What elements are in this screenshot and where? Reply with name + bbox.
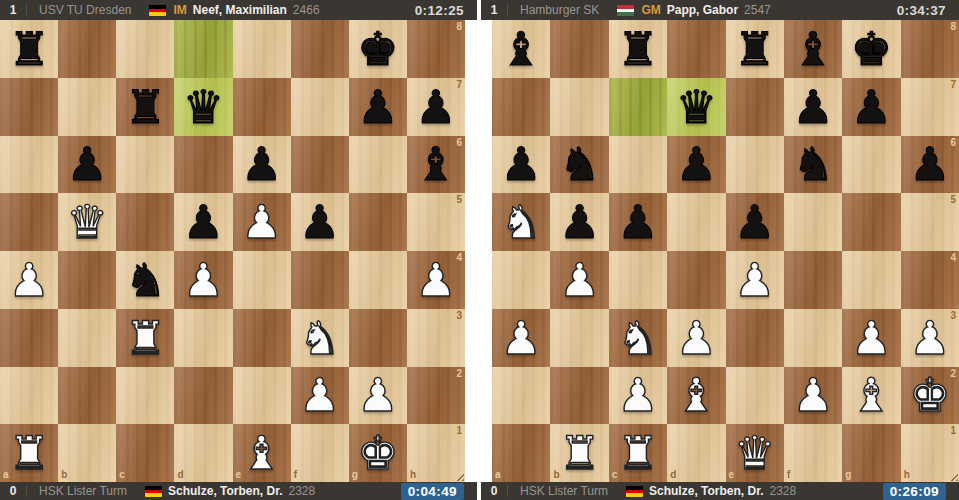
square-h6[interactable]: ♝6	[407, 136, 465, 194]
piece-white-pawn: ♟	[183, 257, 224, 303]
piece-white-pawn: ♟	[676, 315, 717, 361]
piece-white-queen: ♛	[734, 430, 775, 476]
piece-black-pawn: ♟	[183, 199, 224, 245]
square-c3[interactable]: ♜	[116, 309, 174, 367]
square-g1[interactable]: ♚g	[349, 424, 407, 482]
rank-label: 8	[950, 22, 956, 32]
file-label: a	[3, 470, 9, 480]
rank-label: 7	[456, 80, 462, 90]
square-a6[interactable]: ♟	[492, 136, 550, 194]
square-b3[interactable]	[58, 309, 116, 367]
right-top-score: 1	[481, 3, 507, 17]
square-a7[interactable]	[0, 78, 58, 136]
germany-flag-icon	[145, 486, 162, 497]
right-bottom-score: 0	[481, 484, 507, 498]
square-h8[interactable]: 8	[901, 20, 959, 78]
square-a1[interactable]: a	[492, 424, 550, 482]
square-c7[interactable]	[609, 78, 667, 136]
divider	[507, 485, 508, 497]
square-g6[interactable]	[349, 136, 407, 194]
square-f7[interactable]	[291, 78, 349, 136]
square-a2[interactable]	[492, 367, 550, 425]
square-h5[interactable]: 5	[901, 193, 959, 251]
piece-white-rook: ♜	[8, 430, 49, 476]
square-a4[interactable]	[492, 251, 550, 309]
square-g8[interactable]: ♚	[842, 20, 900, 78]
square-e3[interactable]	[726, 309, 784, 367]
square-a4[interactable]: ♟	[0, 251, 58, 309]
piece-black-king: ♚	[357, 26, 398, 72]
piece-black-pawn: ♟	[299, 199, 340, 245]
square-c5[interactable]	[116, 193, 174, 251]
square-d4[interactable]: ♟	[174, 251, 232, 309]
file-label: g	[845, 470, 851, 480]
square-a6[interactable]	[0, 136, 58, 194]
right-top-team: Hamburger SK	[520, 3, 599, 17]
square-g8[interactable]: ♚	[349, 20, 407, 78]
square-a3[interactable]: ♟	[492, 309, 550, 367]
square-b1[interactable]: ♜b	[550, 424, 608, 482]
piece-black-queen: ♛	[676, 84, 717, 130]
square-h8[interactable]: 8	[407, 20, 465, 78]
square-f8[interactable]: ♝	[784, 20, 842, 78]
piece-white-pawn: ♟	[851, 315, 892, 361]
square-b2[interactable]	[550, 367, 608, 425]
square-c5[interactable]: ♟	[609, 193, 667, 251]
piece-black-bishop: ♝	[415, 141, 456, 187]
square-b7[interactable]	[58, 78, 116, 136]
germany-flag-icon	[149, 5, 166, 16]
piece-black-bishop: ♝	[792, 26, 833, 72]
square-e7[interactable]	[726, 78, 784, 136]
square-a8[interactable]: ♜	[0, 20, 58, 78]
left-bottom-clock: 0:04:49	[401, 483, 464, 500]
square-a3[interactable]	[0, 309, 58, 367]
right-top-title: GM	[641, 3, 660, 17]
square-d1[interactable]: d	[667, 424, 725, 482]
piece-black-pawn: ♟	[909, 141, 950, 187]
square-a8[interactable]: ♝	[492, 20, 550, 78]
square-e5[interactable]: ♟	[726, 193, 784, 251]
rank-label: 4	[456, 253, 462, 263]
square-b6[interactable]: ♟	[58, 136, 116, 194]
piece-black-pawn: ♟	[676, 141, 717, 187]
square-f5[interactable]	[784, 193, 842, 251]
square-a1[interactable]: ♜a	[0, 424, 58, 482]
square-h7[interactable]: 7	[901, 78, 959, 136]
hungary-flag-icon	[617, 5, 634, 16]
file-label: c	[612, 470, 618, 480]
piece-black-knight: ♞	[792, 141, 833, 187]
piece-white-pawn: ♟	[909, 315, 950, 361]
square-a7[interactable]	[492, 78, 550, 136]
square-c3[interactable]: ♞	[609, 309, 667, 367]
square-d2[interactable]: ♝	[667, 367, 725, 425]
file-label: h	[410, 470, 416, 480]
right-top-rating: 2547	[744, 3, 771, 17]
piece-white-queen: ♛	[67, 199, 108, 245]
rank-label: 4	[950, 253, 956, 263]
square-b4[interactable]: ♟	[550, 251, 608, 309]
rank-label: 7	[950, 80, 956, 90]
square-f3[interactable]	[784, 309, 842, 367]
piece-white-knight: ♞	[617, 315, 658, 361]
file-label: b	[61, 470, 67, 480]
square-b7[interactable]	[550, 78, 608, 136]
piece-black-rook: ♜	[125, 84, 166, 130]
right-top-player-bar: 1 Hamburger SK GM Papp, Gabor 2547 0:34:…	[481, 0, 959, 20]
piece-white-pawn: ♟	[734, 257, 775, 303]
piece-white-knight: ♞	[299, 315, 340, 361]
piece-black-pawn: ♟	[67, 141, 108, 187]
left-top-clock: 0:12:25	[415, 3, 464, 18]
square-e4[interactable]	[233, 251, 291, 309]
square-b8[interactable]	[550, 20, 608, 78]
piece-black-pawn: ♟	[415, 84, 456, 130]
square-d8[interactable]	[174, 20, 232, 78]
square-e1[interactable]: ♛e	[726, 424, 784, 482]
piece-black-pawn: ♟	[501, 141, 542, 187]
square-b5[interactable]: ♟	[550, 193, 608, 251]
square-f1[interactable]: f	[784, 424, 842, 482]
square-d5[interactable]	[667, 193, 725, 251]
left-top-title: IM	[173, 3, 186, 17]
square-e1[interactable]: ♝e	[233, 424, 291, 482]
square-b6[interactable]: ♞	[550, 136, 608, 194]
piece-white-pawn: ♟	[792, 372, 833, 418]
square-g5[interactable]	[349, 193, 407, 251]
square-d3[interactable]	[174, 309, 232, 367]
square-g3[interactable]	[349, 309, 407, 367]
piece-white-pawn: ♟	[8, 257, 49, 303]
divider	[26, 4, 27, 16]
left-bottom-team: HSK Lister Turm	[39, 484, 127, 498]
square-g3[interactable]: ♟	[842, 309, 900, 367]
square-b2[interactable]	[58, 367, 116, 425]
piece-black-knight: ♞	[125, 257, 166, 303]
square-f6[interactable]: ♞	[784, 136, 842, 194]
square-f5[interactable]: ♟	[291, 193, 349, 251]
file-label: d	[177, 470, 183, 480]
file-label: g	[352, 470, 358, 480]
rank-label: 3	[456, 311, 462, 321]
square-h3[interactable]: 3	[407, 309, 465, 367]
piece-black-knight: ♞	[559, 141, 600, 187]
left-bottom-rating: 2328	[289, 484, 316, 498]
piece-white-knight: ♞	[501, 199, 542, 245]
piece-black-king: ♚	[851, 26, 892, 72]
left-bottom-player-name: Schulze, Torben, Dr.	[168, 484, 282, 498]
file-label: f	[294, 470, 297, 480]
chessboard-left[interactable]: ♜♚8♜♛♟♟7♟♟♝6♛♟♟♟5♟♞♟♟4♜♞3♟♟2♜abcd♝ef♚gh1	[0, 20, 465, 482]
square-e4[interactable]: ♟	[726, 251, 784, 309]
piece-white-pawn: ♟	[299, 372, 340, 418]
rank-label: 1	[950, 426, 956, 436]
rank-label: 5	[456, 195, 462, 205]
square-g1[interactable]: g	[842, 424, 900, 482]
piece-black-pawn: ♟	[241, 141, 282, 187]
square-e8[interactable]: ♜	[726, 20, 784, 78]
divider	[26, 485, 27, 497]
piece-white-pawn: ♟	[559, 257, 600, 303]
square-h4[interactable]: 4	[901, 251, 959, 309]
square-c8[interactable]	[116, 20, 174, 78]
square-h1[interactable]: h1	[901, 424, 959, 482]
left-bottom-score: 0	[0, 484, 26, 498]
square-d6[interactable]	[174, 136, 232, 194]
square-c6[interactable]	[116, 136, 174, 194]
square-c1[interactable]: ♜c	[609, 424, 667, 482]
square-d7[interactable]: ♛	[667, 78, 725, 136]
square-c2[interactable]	[116, 367, 174, 425]
square-c8[interactable]: ♜	[609, 20, 667, 78]
square-h5[interactable]: 5	[407, 193, 465, 251]
rank-label: 5	[950, 195, 956, 205]
piece-black-rook: ♜	[617, 26, 658, 72]
file-label: c	[119, 470, 125, 480]
piece-white-bishop: ♝	[241, 430, 282, 476]
square-c4[interactable]: ♞	[116, 251, 174, 309]
square-h2[interactable]: 2	[407, 367, 465, 425]
square-f1[interactable]: f	[291, 424, 349, 482]
piece-white-bishop: ♝	[851, 372, 892, 418]
square-f4[interactable]	[784, 251, 842, 309]
divider	[507, 4, 508, 16]
rank-label: 8	[456, 22, 462, 32]
square-e8[interactable]	[233, 20, 291, 78]
left-top-rating: 2466	[293, 3, 320, 17]
square-g4[interactable]	[349, 251, 407, 309]
square-d2[interactable]	[174, 367, 232, 425]
square-e3[interactable]	[233, 309, 291, 367]
piece-black-rook: ♜	[734, 26, 775, 72]
square-f3[interactable]: ♞	[291, 309, 349, 367]
rank-label: 6	[456, 138, 462, 148]
square-b1[interactable]: b	[58, 424, 116, 482]
piece-white-pawn: ♟	[617, 372, 658, 418]
left-top-score: 1	[0, 3, 26, 17]
square-d6[interactable]: ♟	[667, 136, 725, 194]
piece-white-pawn: ♟	[501, 315, 542, 361]
file-label: h	[904, 470, 910, 480]
file-label: e	[729, 470, 735, 480]
square-g2[interactable]: ♝	[842, 367, 900, 425]
piece-black-bishop: ♝	[501, 26, 542, 72]
piece-black-pawn: ♟	[734, 199, 775, 245]
square-h6[interactable]: ♟6	[901, 136, 959, 194]
left-top-player-name: Neef, Maximilian	[193, 3, 287, 17]
piece-white-pawn: ♟	[415, 257, 456, 303]
piece-black-pawn: ♟	[792, 84, 833, 130]
piece-white-king: ♚	[909, 372, 950, 418]
square-h3[interactable]: ♟3	[901, 309, 959, 367]
piece-black-queen: ♛	[183, 84, 224, 130]
germany-flag-icon	[626, 486, 643, 497]
square-e2[interactable]	[726, 367, 784, 425]
square-a2[interactable]	[0, 367, 58, 425]
square-g4[interactable]	[842, 251, 900, 309]
square-f2[interactable]: ♟	[784, 367, 842, 425]
square-h7[interactable]: ♟7	[407, 78, 465, 136]
square-c4[interactable]	[609, 251, 667, 309]
piece-black-pawn: ♟	[851, 84, 892, 130]
square-f6[interactable]	[291, 136, 349, 194]
piece-white-pawn: ♟	[241, 199, 282, 245]
right-top-player-name: Papp, Gabor	[667, 3, 738, 17]
piece-black-pawn: ♟	[559, 199, 600, 245]
square-e5[interactable]: ♟	[233, 193, 291, 251]
file-label: e	[236, 470, 242, 480]
square-d5[interactable]: ♟	[174, 193, 232, 251]
square-f8[interactable]	[291, 20, 349, 78]
file-label: f	[787, 470, 790, 480]
square-h2[interactable]: ♚2	[901, 367, 959, 425]
right-bottom-clock: 0:26:09	[883, 483, 946, 500]
square-g6[interactable]	[842, 136, 900, 194]
square-g5[interactable]	[842, 193, 900, 251]
left-bottom-player-bar: 0 HSK Lister Turm Schulze, Torben, Dr. 2…	[0, 482, 477, 500]
file-label: a	[495, 470, 501, 480]
right-bottom-rating: 2328	[770, 484, 797, 498]
piece-white-pawn: ♟	[357, 372, 398, 418]
right-bottom-player-bar: 0 HSK Lister Turm Schulze, Torben, Dr. 2…	[481, 482, 959, 500]
piece-black-rook: ♜	[8, 26, 49, 72]
piece-white-rook: ♜	[617, 430, 658, 476]
piece-black-pawn: ♟	[357, 84, 398, 130]
square-b8[interactable]	[58, 20, 116, 78]
square-f2[interactable]: ♟	[291, 367, 349, 425]
square-d4[interactable]	[667, 251, 725, 309]
square-d3[interactable]: ♟	[667, 309, 725, 367]
rank-label: 6	[950, 138, 956, 148]
square-b5[interactable]: ♛	[58, 193, 116, 251]
square-f7[interactable]: ♟	[784, 78, 842, 136]
square-h1[interactable]: h1	[407, 424, 465, 482]
piece-white-rook: ♜	[559, 430, 600, 476]
square-e2[interactable]	[233, 367, 291, 425]
square-a5[interactable]: ♞	[492, 193, 550, 251]
chessboard-right[interactable]: ♝♜♜♝♚8♛♟♟7♟♞♟♞♟6♞♟♟♟5♟♟4♟♞♟♟♟3♟♝♟♝♚2a♜b♜…	[492, 20, 959, 482]
rank-label: 3	[950, 311, 956, 321]
square-g2[interactable]: ♟	[349, 367, 407, 425]
file-label: b	[553, 470, 559, 480]
square-c6[interactable]	[609, 136, 667, 194]
rank-label: 2	[950, 369, 956, 379]
piece-white-king: ♚	[357, 430, 398, 476]
square-c7[interactable]: ♜	[116, 78, 174, 136]
rank-label: 2	[456, 369, 462, 379]
square-g7[interactable]: ♟	[349, 78, 407, 136]
left-top-player-bar: 1 USV TU Dresden IM Neef, Maximilian 246…	[0, 0, 477, 20]
piece-white-rook: ♜	[125, 315, 166, 361]
square-d1[interactable]: d	[174, 424, 232, 482]
right-top-clock: 0:34:37	[897, 3, 946, 18]
square-d7[interactable]: ♛	[174, 78, 232, 136]
square-e7[interactable]	[233, 78, 291, 136]
piece-white-bishop: ♝	[676, 372, 717, 418]
right-bottom-team: HSK Lister Turm	[520, 484, 608, 498]
square-d8[interactable]	[667, 20, 725, 78]
square-f4[interactable]	[291, 251, 349, 309]
square-c2[interactable]: ♟	[609, 367, 667, 425]
square-e6[interactable]: ♟	[233, 136, 291, 194]
square-e6[interactable]	[726, 136, 784, 194]
square-b3[interactable]	[550, 309, 608, 367]
square-c1[interactable]: c	[116, 424, 174, 482]
right-bottom-player-name: Schulze, Torben, Dr.	[649, 484, 763, 498]
square-b4[interactable]	[58, 251, 116, 309]
left-top-team: USV TU Dresden	[39, 3, 131, 17]
square-g7[interactable]: ♟	[842, 78, 900, 136]
square-a5[interactable]	[0, 193, 58, 251]
square-h4[interactable]: ♟4	[407, 251, 465, 309]
file-label: d	[670, 470, 676, 480]
piece-black-pawn: ♟	[617, 199, 658, 245]
rank-label: 1	[456, 426, 462, 436]
